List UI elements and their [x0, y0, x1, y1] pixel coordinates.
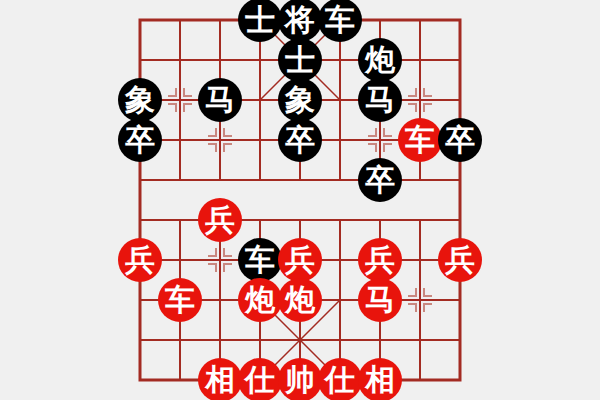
intersection-f2-r4[interactable] [200, 160, 240, 200]
intersection-f4-r3[interactable]: 卒 [280, 120, 320, 160]
intersection-f7-r2[interactable] [400, 80, 440, 120]
intersection-f7-r3[interactable]: 车 [400, 120, 440, 160]
red-advisor[interactable]: 仕 [318, 358, 362, 400]
intersection-f5-r1[interactable] [320, 40, 360, 80]
intersection-f1-r9[interactable] [160, 360, 200, 400]
intersection-f7-r8[interactable] [400, 320, 440, 360]
black-chariot[interactable]: 车 [238, 238, 282, 282]
red-advisor[interactable]: 仕 [238, 358, 282, 400]
intersection-f6-r0[interactable] [360, 0, 400, 40]
intersection-f2-r0[interactable] [200, 0, 240, 40]
intersection-f7-r4[interactable] [400, 160, 440, 200]
intersection-f0-r8[interactable] [120, 320, 160, 360]
intersection-f4-r0[interactable]: 将 [280, 0, 320, 40]
intersection-f6-r3[interactable] [360, 120, 400, 160]
black-soldier[interactable]: 卒 [278, 118, 322, 162]
intersection-f8-r7[interactable] [440, 280, 480, 320]
intersection-f7-r1[interactable] [400, 40, 440, 80]
intersection-f0-r3[interactable]: 卒 [120, 120, 160, 160]
intersection-f2-r6[interactable] [200, 240, 240, 280]
intersection-f7-r6[interactable] [400, 240, 440, 280]
intersection-f1-r0[interactable] [160, 0, 200, 40]
intersection-f2-r5[interactable]: 兵 [200, 200, 240, 240]
intersection-f6-r2[interactable]: 马 [360, 80, 400, 120]
black-horse[interactable]: 马 [358, 78, 402, 122]
intersection-f1-r4[interactable] [160, 160, 200, 200]
intersection-f5-r5[interactable] [320, 200, 360, 240]
intersection-f2-r3[interactable] [200, 120, 240, 160]
intersection-f5-r3[interactable] [320, 120, 360, 160]
intersection-f8-r8[interactable] [440, 320, 480, 360]
intersection-f0-r2[interactable]: 象 [120, 80, 160, 120]
intersection-f8-r2[interactable] [440, 80, 480, 120]
intersection-f0-r9[interactable] [120, 360, 160, 400]
intersection-f4-r2[interactable]: 象 [280, 80, 320, 120]
intersection-f8-r1[interactable] [440, 40, 480, 80]
intersection-f3-r6[interactable]: 车 [240, 240, 280, 280]
black-chariot[interactable]: 车 [318, 0, 362, 42]
intersection-f5-r2[interactable] [320, 80, 360, 120]
black-soldier[interactable]: 卒 [358, 158, 402, 202]
intersection-f1-r7[interactable]: 车 [160, 280, 200, 320]
red-chariot[interactable]: 车 [398, 118, 442, 162]
intersection-f6-r7[interactable]: 马 [360, 280, 400, 320]
intersection-f3-r9[interactable]: 仕 [240, 360, 280, 400]
intersection-f7-r9[interactable] [400, 360, 440, 400]
intersection-f6-r4[interactable]: 卒 [360, 160, 400, 200]
xiangqi-board: 士将车士炮象马象马卒卒车卒卒兵兵车兵兵兵车炮炮马相仕帅仕相 [0, 0, 600, 400]
intersection-f1-r1[interactable] [160, 40, 200, 80]
intersection-f4-r7[interactable]: 炮 [280, 280, 320, 320]
intersection-f6-r5[interactable] [360, 200, 400, 240]
red-cannon[interactable]: 炮 [278, 278, 322, 322]
black-advisor[interactable]: 士 [278, 38, 322, 82]
intersection-f0-r6[interactable]: 兵 [120, 240, 160, 280]
intersection-f1-r2[interactable] [160, 80, 200, 120]
intersection-f8-r3[interactable]: 卒 [440, 120, 480, 160]
intersection-f7-r0[interactable] [400, 0, 440, 40]
black-soldier[interactable]: 卒 [118, 118, 162, 162]
black-soldier[interactable]: 卒 [438, 118, 482, 162]
intersection-f1-r6[interactable] [160, 240, 200, 280]
red-chariot[interactable]: 车 [158, 278, 202, 322]
intersection-f6-r9[interactable]: 相 [360, 360, 400, 400]
intersection-f3-r4[interactable] [240, 160, 280, 200]
black-cannon[interactable]: 炮 [358, 38, 402, 82]
intersection-f5-r8[interactable] [320, 320, 360, 360]
black-elephant[interactable]: 象 [118, 78, 162, 122]
red-cannon[interactable]: 炮 [238, 278, 282, 322]
board-intersections: 士将车士炮象马象马卒卒车卒卒兵兵车兵兵兵车炮炮马相仕帅仕相 [120, 0, 480, 400]
red-horse[interactable]: 马 [358, 278, 402, 322]
intersection-f3-r8[interactable] [240, 320, 280, 360]
intersection-f3-r7[interactable]: 炮 [240, 280, 280, 320]
black-elephant[interactable]: 象 [278, 78, 322, 122]
red-soldier[interactable]: 兵 [198, 198, 242, 242]
red-soldier[interactable]: 兵 [278, 238, 322, 282]
intersection-f7-r7[interactable] [400, 280, 440, 320]
black-horse[interactable]: 马 [198, 78, 242, 122]
intersection-f8-r0[interactable] [440, 0, 480, 40]
intersection-f2-r9[interactable]: 相 [200, 360, 240, 400]
intersection-f4-r6[interactable]: 兵 [280, 240, 320, 280]
intersection-f2-r2[interactable]: 马 [200, 80, 240, 120]
intersection-f5-r6[interactable] [320, 240, 360, 280]
intersection-f0-r1[interactable] [120, 40, 160, 80]
intersection-f3-r3[interactable] [240, 120, 280, 160]
intersection-f7-r5[interactable] [400, 200, 440, 240]
intersection-f3-r5[interactable] [240, 200, 280, 240]
intersection-f3-r2[interactable] [240, 80, 280, 120]
intersection-f6-r8[interactable] [360, 320, 400, 360]
intersection-f0-r5[interactable] [120, 200, 160, 240]
intersection-f6-r6[interactable]: 兵 [360, 240, 400, 280]
intersection-f1-r5[interactable] [160, 200, 200, 240]
intersection-f8-r6[interactable]: 兵 [440, 240, 480, 280]
intersection-f6-r1[interactable]: 炮 [360, 40, 400, 80]
red-soldier[interactable]: 兵 [358, 238, 402, 282]
intersection-f0-r0[interactable] [120, 0, 160, 40]
intersection-f3-r0[interactable]: 士 [240, 0, 280, 40]
intersection-f1-r3[interactable] [160, 120, 200, 160]
intersection-f4-r4[interactable] [280, 160, 320, 200]
black-advisor[interactable]: 士 [238, 0, 282, 42]
intersection-f8-r4[interactable] [440, 160, 480, 200]
intersection-f0-r7[interactable] [120, 280, 160, 320]
intersection-f4-r5[interactable] [280, 200, 320, 240]
red-elephant[interactable]: 相 [358, 358, 402, 400]
intersection-f5-r9[interactable]: 仕 [320, 360, 360, 400]
red-elephant[interactable]: 相 [198, 358, 242, 400]
red-general[interactable]: 帅 [278, 358, 322, 400]
black-general[interactable]: 将 [278, 0, 322, 42]
red-soldier[interactable]: 兵 [438, 238, 482, 282]
intersection-f2-r7[interactable] [200, 280, 240, 320]
intersection-f0-r4[interactable] [120, 160, 160, 200]
intersection-f3-r1[interactable] [240, 40, 280, 80]
intersection-f8-r9[interactable] [440, 360, 480, 400]
intersection-f2-r1[interactable] [200, 40, 240, 80]
intersection-f2-r8[interactable] [200, 320, 240, 360]
intersection-f5-r0[interactable]: 车 [320, 0, 360, 40]
intersection-f4-r8[interactable] [280, 320, 320, 360]
intersection-f1-r8[interactable] [160, 320, 200, 360]
intersection-f8-r5[interactable] [440, 200, 480, 240]
intersection-f5-r4[interactable] [320, 160, 360, 200]
intersection-f4-r9[interactable]: 帅 [280, 360, 320, 400]
intersection-f4-r1[interactable]: 士 [280, 40, 320, 80]
red-soldier[interactable]: 兵 [118, 238, 162, 282]
intersection-f5-r7[interactable] [320, 280, 360, 320]
